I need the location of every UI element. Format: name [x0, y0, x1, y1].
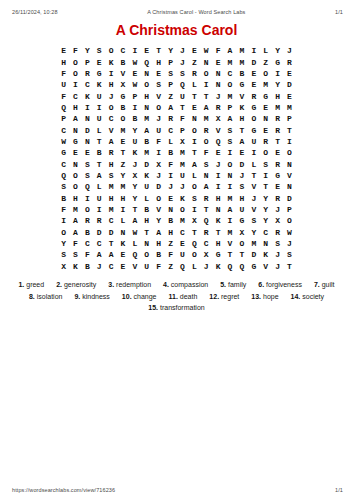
grid-cell: X	[117, 79, 129, 90]
grid-cell: R	[200, 192, 212, 203]
grid-cell: A	[188, 158, 200, 169]
grid-cell: R	[200, 227, 212, 238]
word-item: 14. society	[291, 293, 324, 300]
grid-cell: Z	[188, 56, 200, 67]
grid-cell: M	[177, 158, 189, 169]
grid-cell: U	[93, 90, 105, 101]
grid-cell: H	[212, 238, 224, 249]
grid-cell: D	[248, 249, 260, 260]
grid-cell: O	[236, 238, 248, 249]
grid-cell: R	[165, 113, 177, 124]
grid-cell: S	[200, 158, 212, 169]
grid-cell: N	[212, 68, 224, 79]
grid-cell: I	[284, 136, 296, 147]
grid-cell: V	[260, 261, 272, 272]
grid-cell: Y	[117, 170, 129, 181]
grid-cell: D	[248, 56, 260, 67]
grid-cell: S	[165, 68, 177, 79]
word-item: 1. greed	[18, 281, 44, 288]
grid-cell: S	[272, 238, 284, 249]
grid-cell: U	[177, 249, 189, 260]
grid-cell: F	[153, 261, 165, 272]
grid-cell: X	[153, 158, 165, 169]
grid-cell: V	[236, 90, 248, 101]
word-text: change	[132, 293, 157, 300]
grid-cell: I	[153, 147, 165, 158]
grid-cell: I	[81, 192, 93, 203]
grid-cell: U	[93, 192, 105, 203]
grid-cell: A	[224, 204, 236, 215]
grid-cell: E	[260, 102, 272, 113]
grid-cell: O	[200, 68, 212, 79]
grid-cell: E	[284, 68, 296, 79]
grid-cell: E	[165, 192, 177, 203]
grid-cell: I	[117, 204, 129, 215]
grid-cell: S	[93, 45, 105, 56]
footer-url: https://wordsearchlabs.com/view/716236	[12, 487, 115, 493]
grid-cell: C	[69, 90, 81, 101]
grid-cell: I	[200, 79, 212, 90]
grid-cell: P	[129, 90, 141, 101]
grid-cell: S	[81, 158, 93, 169]
grid-cell: T	[188, 90, 200, 101]
grid-cell: O	[58, 227, 70, 238]
grid-cell: J	[105, 90, 117, 101]
grid-cell: I	[248, 45, 260, 56]
grid-cell: J	[236, 170, 248, 181]
grid-cell: E	[188, 102, 200, 113]
grid-cell: B	[165, 215, 177, 226]
grid-cell: M	[177, 215, 189, 226]
word-text: guilt	[320, 281, 335, 288]
grid-cell: G	[260, 90, 272, 101]
grid-cell: L	[93, 124, 105, 135]
word-item: 4. compassion	[163, 281, 208, 288]
grid-cell: O	[153, 102, 165, 113]
word-text: compassion	[169, 281, 208, 288]
grid-cell: T	[188, 147, 200, 158]
grid-cell: X	[200, 249, 212, 260]
grid-cell: G	[212, 249, 224, 260]
grid-cell: X	[177, 136, 189, 147]
grid-cell: I	[224, 147, 236, 158]
grid-cell: R	[272, 124, 284, 135]
grid-cell: B	[153, 249, 165, 260]
grid-cell: Y	[165, 45, 177, 56]
grid-cell: L	[165, 136, 177, 147]
grid-cell: T	[260, 181, 272, 192]
word-item: 13. hope	[251, 293, 278, 300]
grid-cell: H	[117, 192, 129, 203]
grid-cell: V	[248, 204, 260, 215]
grid-cell: Y	[272, 79, 284, 90]
grid-cell: W	[58, 136, 70, 147]
grid-cell: N	[224, 170, 236, 181]
grid-cell: S	[58, 249, 70, 260]
grid-cell: H	[165, 227, 177, 238]
word-text: redemption	[114, 281, 151, 288]
grid-cell: E	[177, 238, 189, 249]
grid-cell: P	[81, 56, 93, 67]
grid-cell: V	[153, 204, 165, 215]
grid-cell: R	[272, 227, 284, 238]
grid-cell: B	[129, 113, 141, 124]
grid-cell: B	[81, 227, 93, 238]
grid-cell: E	[212, 147, 224, 158]
grid-cell: I	[272, 68, 284, 79]
grid-cell: O	[81, 204, 93, 215]
grid-cell: W	[129, 79, 141, 90]
grid-cell: Z	[165, 261, 177, 272]
grid-cell: M	[224, 227, 236, 238]
grid-cell: O	[153, 192, 165, 203]
grid-cell: A	[105, 136, 117, 147]
grid-cell: T	[212, 227, 224, 238]
grid-cell: S	[260, 158, 272, 169]
grid-cell: Q	[141, 56, 153, 67]
page-title: A Christmas Carol	[0, 22, 353, 38]
grid-cell: L	[248, 158, 260, 169]
grid-cell: X	[129, 170, 141, 181]
grid-cell: A	[105, 249, 117, 260]
grid-cell: G	[272, 56, 284, 67]
grid-cell: Y	[129, 181, 141, 192]
grid-cell: D	[284, 192, 296, 203]
grid-cell: I	[212, 181, 224, 192]
grid-cell: C	[105, 215, 117, 226]
grid-cell: I	[165, 170, 177, 181]
grid-cell: T	[200, 90, 212, 101]
grid-cell: Q	[224, 261, 236, 272]
grid-cell: K	[260, 249, 272, 260]
grid-cell: W	[284, 227, 296, 238]
grid-cell: T	[284, 124, 296, 135]
grid-cell: H	[105, 192, 117, 203]
grid-cell: Q	[200, 215, 212, 226]
grid-cell: R	[260, 136, 272, 147]
grid-cell: J	[200, 261, 212, 272]
grid-cell: Y	[153, 215, 165, 226]
grid-cell: J	[272, 249, 284, 260]
grid-cell: B	[117, 102, 129, 113]
grid-cell: J	[153, 170, 165, 181]
grid-cell: G	[236, 79, 248, 90]
grid-cell: Y	[129, 124, 141, 135]
grid-cell: M	[117, 181, 129, 192]
grid-cell: Y	[129, 192, 141, 203]
grid-cell: T	[188, 227, 200, 238]
grid-cell: N	[69, 158, 81, 169]
grid-cell: R	[272, 113, 284, 124]
grid-cell: F	[58, 90, 70, 101]
grid-cell: T	[93, 158, 105, 169]
grid-cell: U	[177, 170, 189, 181]
grid-cell: O	[105, 102, 117, 113]
grid-cell: M	[260, 79, 272, 90]
grid-cell: Y	[260, 215, 272, 226]
grid-cell: R	[272, 192, 284, 203]
grid-cell: Y	[272, 45, 284, 56]
grid-cell: O	[200, 136, 212, 147]
grid-cell: T	[153, 45, 165, 56]
grid-cell: B	[141, 204, 153, 215]
grid-cell: L	[93, 181, 105, 192]
grid-cell: N	[81, 136, 93, 147]
header-doc-title: A Christmas Carol - Word Search Labs	[58, 9, 335, 15]
grid-cell: M	[69, 204, 81, 215]
grid-cell: E	[284, 90, 296, 101]
grid-cell: J	[272, 261, 284, 272]
grid-cell: O	[224, 79, 236, 90]
grid-cell: E	[81, 147, 93, 158]
grid-cell: J	[212, 90, 224, 101]
grid-cell: T	[93, 136, 105, 147]
grid-cell: W	[200, 45, 212, 56]
grid-cell: U	[236, 204, 248, 215]
grid-cell: J	[177, 45, 189, 56]
grid-cell: I	[248, 147, 260, 158]
grid-cell: L	[188, 170, 200, 181]
grid-cell: B	[58, 192, 70, 203]
grid-cell: C	[260, 227, 272, 238]
grid-cell: E	[117, 249, 129, 260]
grid-cell: C	[165, 124, 177, 135]
grid-cell: C	[177, 227, 189, 238]
word-text: greed	[24, 281, 44, 288]
grid-cell: K	[141, 170, 153, 181]
grid-cell: P	[165, 79, 177, 90]
grid-cell: F	[153, 136, 165, 147]
word-item: 2. generosity	[56, 281, 96, 288]
grid-cell: H	[58, 56, 70, 67]
grid-cell: C	[58, 158, 70, 169]
grid-cell: S	[224, 136, 236, 147]
grid-cell: F	[81, 249, 93, 260]
grid-cell: R	[200, 124, 212, 135]
grid-cell: H	[272, 90, 284, 101]
grid-cell: V	[248, 181, 260, 192]
grid-cell: M	[105, 181, 117, 192]
grid-cell: P	[58, 113, 70, 124]
grid-cell: I	[129, 102, 141, 113]
grid-cell: T	[236, 249, 248, 260]
grid-cell: F	[200, 147, 212, 158]
grid-cell: T	[141, 227, 153, 238]
grid-cell: X	[236, 227, 248, 238]
grid-cell: P	[224, 102, 236, 113]
grid-cell: Q	[212, 136, 224, 147]
word-item: 5. family	[220, 281, 246, 288]
grid-cell: T	[129, 204, 141, 215]
grid-cell: S	[153, 79, 165, 90]
grid-cell: E	[212, 56, 224, 67]
grid-cell: Y	[248, 227, 260, 238]
word-text: hope	[261, 293, 279, 300]
grid-cell: K	[69, 261, 81, 272]
grid-cell: H	[105, 158, 117, 169]
grid-cell: J	[284, 45, 296, 56]
grid-cell: E	[117, 136, 129, 147]
grid-cell: J	[93, 261, 105, 272]
grid-cell: R	[188, 68, 200, 79]
grid-cell: N	[284, 181, 296, 192]
grid-cell: O	[188, 124, 200, 135]
grid-cell: M	[105, 204, 117, 215]
grid-cell: I	[93, 102, 105, 113]
grid-cell: B	[117, 56, 129, 67]
grid-cell: E	[69, 147, 81, 158]
grid-cell: U	[58, 79, 70, 90]
grid-cell: K	[105, 56, 117, 67]
grid-cell: L	[141, 192, 153, 203]
grid-cell: L	[260, 45, 272, 56]
grid-cell: I	[58, 215, 70, 226]
grid-cell: A	[224, 113, 236, 124]
grid-cell: R	[212, 102, 224, 113]
grid-cell: U	[153, 124, 165, 135]
grid-cell: K	[129, 147, 141, 158]
grid-cell: X	[58, 261, 70, 272]
grid-cell: H	[212, 192, 224, 203]
grid-cell: O	[117, 113, 129, 124]
grid-cell: T	[200, 204, 212, 215]
grid-cell: S	[224, 124, 236, 135]
grid-cell: C	[93, 238, 105, 249]
grid-cell: L	[117, 215, 129, 226]
word-number: 10.	[122, 293, 132, 300]
grid-cell: X	[272, 215, 284, 226]
grid-cell: K	[81, 90, 93, 101]
grid-cell: Y	[260, 204, 272, 215]
grid-cell: K	[212, 261, 224, 272]
grid-cell: F	[58, 68, 70, 79]
grid-cell: M	[236, 56, 248, 67]
grid-cell: J	[248, 192, 260, 203]
grid-cell: C	[81, 79, 93, 90]
grid-cell: U	[93, 113, 105, 124]
grid-cell: N	[69, 124, 81, 135]
grid-cell: Q	[177, 261, 189, 272]
word-item: 12. regret	[209, 293, 239, 300]
grid-cell: S	[248, 215, 260, 226]
grid-cell: D	[153, 181, 165, 192]
grid-cell: N	[117, 227, 129, 238]
word-text: kindness	[80, 293, 110, 300]
grid-cell: C	[58, 124, 70, 135]
grid-cell: O	[141, 249, 153, 260]
grid-cell: I	[69, 79, 81, 90]
grid-cell: P	[284, 204, 296, 215]
grid-cell: G	[69, 136, 81, 147]
grid-cell: Z	[165, 90, 177, 101]
word-search-grid: EFYSOCIETYJEWFAMILYJHOPEKBWQHPJZNEMMDZGR…	[58, 45, 296, 272]
grid-cell: E	[93, 56, 105, 67]
grid-cell: T	[272, 136, 284, 147]
grid-cell: G	[248, 124, 260, 135]
grid-cell: N	[141, 68, 153, 79]
grid-cell: U	[248, 136, 260, 147]
grid-cell: R	[105, 147, 117, 158]
grid-cell: E	[248, 79, 260, 90]
word-number: 13.	[251, 293, 261, 300]
grid-cell: O	[69, 181, 81, 192]
grid-cell: N	[141, 238, 153, 249]
grid-cell: G	[272, 170, 284, 181]
grid-cell: I	[212, 170, 224, 181]
grid-cell: I	[188, 204, 200, 215]
grid-cell: H	[236, 113, 248, 124]
grid-cell: O	[188, 249, 200, 260]
grid-cell: H	[141, 215, 153, 226]
grid-cell: R	[248, 90, 260, 101]
grid-cell: S	[284, 249, 296, 260]
grid-cell: Z	[117, 158, 129, 169]
grid-cell: F	[69, 238, 81, 249]
word-list: 1. greed2. generosity3. redemption4. com…	[4, 281, 349, 311]
grid-cell: I	[224, 181, 236, 192]
grid-cell: F	[58, 204, 70, 215]
grid-cell: D	[93, 227, 105, 238]
grid-cell: S	[81, 170, 93, 181]
word-text: generosity	[62, 281, 96, 288]
word-item: 6. forgiveness	[258, 281, 302, 288]
grid-cell: K	[212, 215, 224, 226]
grid-cell: M	[200, 113, 212, 124]
grid-cell: H	[153, 56, 165, 67]
word-item: 7. guilt	[314, 281, 335, 288]
grid-cell: M	[224, 90, 236, 101]
grid-cell: R	[93, 215, 105, 226]
grid-cell: N	[165, 204, 177, 215]
word-text: forgiveness	[264, 281, 302, 288]
grid-cell: N	[260, 238, 272, 249]
grid-cell: M	[141, 113, 153, 124]
grid-cell: H	[153, 238, 165, 249]
grid-cell: B	[141, 136, 153, 147]
grid-cell: J	[129, 158, 141, 169]
grid-cell: S	[236, 181, 248, 192]
grid-cell: R	[284, 56, 296, 67]
grid-cell: V	[284, 170, 296, 181]
grid-cell: O	[284, 215, 296, 226]
grid-cell: J	[284, 238, 296, 249]
grid-cell: D	[284, 79, 296, 90]
grid-cell: W	[129, 227, 141, 238]
grid-cell: A	[236, 136, 248, 147]
word-item: 8. isolation	[29, 293, 62, 300]
grid-cell: S	[188, 192, 200, 203]
grid-cell: C	[105, 261, 117, 272]
grid-cell: H	[236, 192, 248, 203]
grid-cell: J	[165, 181, 177, 192]
grid-cell: N	[188, 113, 200, 124]
grid-cell: V	[153, 90, 165, 101]
word-number: 15.	[148, 304, 158, 311]
grid-cell: A	[69, 113, 81, 124]
grid-cell: G	[248, 261, 260, 272]
grid-cell: G	[58, 147, 70, 158]
grid-cell: E	[260, 124, 272, 135]
grid-cell: E	[117, 261, 129, 272]
grid-cell: I	[81, 102, 93, 113]
grid-cell: A	[165, 102, 177, 113]
grid-cell: C	[117, 45, 129, 56]
grid-cell: F	[177, 113, 189, 124]
grid-cell: Z	[260, 56, 272, 67]
grid-cell: Y	[260, 192, 272, 203]
grid-cell: T	[105, 238, 117, 249]
grid-cell: G	[117, 90, 129, 101]
